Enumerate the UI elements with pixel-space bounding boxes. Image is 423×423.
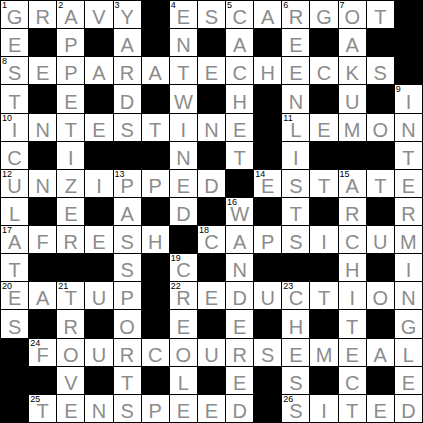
cell-letter: G [395,317,422,337]
black-cell-r5c4 [114,142,141,169]
cell-letter: C [226,63,253,83]
cell-letter: N [85,401,112,421]
cell-r14c14[interactable]: D [395,395,422,422]
cell-r8c4[interactable]: S [114,226,141,253]
cell-r10c10[interactable]: 23C [282,282,309,309]
cell-r11c6[interactable]: E [170,310,197,337]
cell-letter: S [114,401,141,421]
cell-r4c10[interactable]: 11L [282,114,309,141]
cell-letter: O [170,345,197,365]
cell-letter: S [114,260,141,280]
cell-letter: T [282,204,309,224]
cell-r5c8[interactable]: T [226,142,253,169]
cell-r7c2[interactable]: E [57,198,84,225]
cell-letter: A [339,35,366,55]
cell-r8c3[interactable]: E [85,226,112,253]
cell-r2c2[interactable]: P [57,57,84,84]
cell-r13c6[interactable]: L [170,367,197,394]
cell-r1c6[interactable]: N [170,29,197,56]
cell-r6c9[interactable]: 14E [254,170,281,197]
cell-letter: A [142,63,169,83]
cell-r10c2[interactable]: 21T [57,282,84,309]
cell-letter: P [254,232,281,252]
cell-letter: U [85,345,112,365]
cell-letter: E [29,63,56,83]
cell-r13c8[interactable]: E [226,367,253,394]
cell-r5c14[interactable]: T [395,142,422,169]
cell-letter: H [339,260,366,280]
cell-letter: O [57,345,84,365]
cell-letter: E [57,92,84,112]
cell-letter: P [57,63,84,83]
cell-r9c0[interactable]: T [1,254,28,281]
black-cell-r1c11 [310,29,337,56]
cell-letter: Y [114,7,141,27]
cell-r6c2[interactable]: Z [57,170,84,197]
cell-letter: T [170,63,197,83]
cell-letter: D [170,204,197,224]
cell-letter: T [395,148,422,168]
cell-letter: P [57,35,84,55]
cell-r9c12[interactable]: H [339,254,366,281]
cell-r4c14[interactable]: N [395,114,422,141]
cell-r3c12[interactable]: U [339,85,366,112]
cell-letter: C [226,7,253,27]
black-cell-r5c12 [339,142,366,169]
cell-r0c2[interactable]: 2A [57,1,84,28]
cell-r5c10[interactable]: I [282,142,309,169]
cell-r10c6[interactable]: 22R [170,282,197,309]
cell-r8c12[interactable]: C [339,226,366,253]
cell-r12c14[interactable]: L [395,339,422,366]
black-cell-r3c1 [29,85,56,112]
cell-r6c7[interactable]: D [198,170,225,197]
cell-letter: F [29,232,56,252]
cell-r6c13[interactable]: T [367,170,394,197]
cell-r10c14[interactable]: N [395,282,422,309]
cell-r3c2[interactable]: E [57,85,84,112]
cell-r6c0[interactable]: 12U [1,170,28,197]
cell-letter: S [198,7,225,27]
cell-letter: C [282,288,309,308]
cell-r11c0[interactable]: S [1,310,28,337]
cell-r10c0[interactable]: 20E [1,282,28,309]
black-cell-r11c7 [198,310,225,337]
cell-r11c14[interactable]: G [395,310,422,337]
cell-letter: E [254,176,281,196]
black-cell-r14c9 [254,395,281,422]
cell-r13c12[interactable]: C [339,367,366,394]
cell-r12c9[interactable]: S [254,339,281,366]
cell-letter: T [367,176,394,196]
cell-letter: A [29,288,56,308]
cell-r11c4[interactable]: O [114,310,141,337]
cell-letter: N [29,176,56,196]
cell-r10c12[interactable]: I [339,282,366,309]
cell-r4c11[interactable]: E [310,114,337,141]
cell-r0c3[interactable]: V [85,1,112,28]
cell-letter: T [57,288,84,308]
cell-letter: F [29,345,56,365]
cell-r14c7[interactable]: E [198,395,225,422]
cell-r1c8[interactable]: A [226,29,253,56]
black-cell-r7c11 [310,198,337,225]
cell-letter: S [114,120,141,140]
cell-r11c12[interactable]: T [339,310,366,337]
black-cell-r13c5 [142,367,169,394]
black-cell-r6c8 [226,170,253,197]
cell-letter: I [85,176,112,196]
cell-r4c8[interactable]: E [226,114,253,141]
cell-r0c0[interactable]: 1G [1,1,28,28]
cell-r3c0[interactable]: T [1,85,28,112]
cell-letter: I [57,148,84,168]
cell-letter: W [226,204,253,224]
cell-r13c2[interactable]: V [57,367,84,394]
cell-letter: E [226,373,253,393]
cell-r3c4[interactable]: D [114,85,141,112]
cell-r3c14[interactable]: 9I [395,85,422,112]
black-cell-r7c1 [29,198,56,225]
cell-r0c4[interactable]: 3Y [114,1,141,28]
black-cell-r3c3 [85,85,112,112]
cell-r2c3[interactable]: A [85,57,112,84]
cell-letter: T [1,92,28,112]
cell-r0c1[interactable]: R [29,1,56,28]
cell-letter: E [170,7,197,27]
cell-r7c4[interactable]: A [114,198,141,225]
cell-r6c4[interactable]: 13P [114,170,141,197]
cell-r8c7[interactable]: 18C [198,226,225,253]
cell-r14c8[interactable]: D [226,395,253,422]
cell-r12c2[interactable]: O [57,339,84,366]
cell-r12c3[interactable]: U [85,339,112,366]
black-cell-r11c9 [254,310,281,337]
cell-letter: L [1,204,28,224]
cell-r12c5[interactable]: C [142,339,169,366]
black-cell-r7c13 [367,198,394,225]
cell-r12c11[interactable]: M [310,339,337,366]
cell-letter: N [198,120,225,140]
cell-r4c1[interactable]: N [29,114,56,141]
cell-r8c9[interactable]: P [254,226,281,253]
cell-r10c8[interactable]: D [226,282,253,309]
cell-r1c2[interactable]: P [57,29,84,56]
cell-r6c14[interactable]: E [395,170,422,197]
cell-r1c12[interactable]: A [339,29,366,56]
cell-r12c10[interactable]: E [282,339,309,366]
cell-letter: H [226,92,253,112]
black-cell-r1c5 [142,29,169,56]
cell-letter: R [114,345,141,365]
cell-r14c12[interactable]: T [339,395,366,422]
cell-letter: M [339,120,366,140]
cell-r4c3[interactable]: E [85,114,112,141]
black-cell-r11c11 [310,310,337,337]
cell-r14c6[interactable]: E [170,395,197,422]
cell-letter: R [170,288,197,308]
cell-letter: T [29,401,56,421]
cell-letter: R [339,204,366,224]
cell-letter: N [282,92,309,112]
cell-r6c6[interactable]: E [170,170,197,197]
cell-r11c10[interactable]: H [282,310,309,337]
black-cell-r7c9 [254,198,281,225]
cell-letter: C [170,260,197,280]
cell-r5c2[interactable]: I [57,142,84,169]
cell-r13c10[interactable]: S [282,367,309,394]
cell-r4c5[interactable]: T [142,114,169,141]
cell-letter: E [339,345,366,365]
cell-letter: T [310,176,337,196]
cell-letter: R [282,7,309,27]
black-cell-r4c9 [254,114,281,141]
black-cell-r13c9 [254,367,281,394]
cell-r6c12[interactable]: 15A [339,170,366,197]
cell-r9c8[interactable]: N [226,254,253,281]
cell-r12c6[interactable]: O [170,339,197,366]
black-cell-r5c5 [142,142,169,169]
cell-r10c11[interactable]: T [310,282,337,309]
cell-r8c5[interactable]: H [142,226,169,253]
black-cell-r13c13 [367,367,394,394]
cell-letter: E [198,63,225,83]
cell-r3c8[interactable]: H [226,85,253,112]
cell-r0c11[interactable]: G [310,1,337,28]
black-cell-r7c7 [198,198,225,225]
black-cell-r9c9 [254,254,281,281]
cell-r10c7[interactable]: E [198,282,225,309]
cell-r12c4[interactable]: R [114,339,141,366]
cell-letter: C [1,148,28,168]
cell-r7c0[interactable]: L [1,198,28,225]
cell-r0c13[interactable]: T [367,1,394,28]
cell-letter: T [339,401,366,421]
cell-letter: A [226,232,253,252]
cell-letter: A [57,7,84,27]
cell-r12c8[interactable]: R [226,339,253,366]
black-cell-r5c13 [367,142,394,169]
black-cell-r9c1 [29,254,56,281]
black-cell-r13c11 [310,367,337,394]
black-cell-r5c3 [85,142,112,169]
cell-r2c5[interactable]: A [142,57,169,84]
cell-letter: S [282,176,309,196]
black-cell-r1c9 [254,29,281,56]
cell-r4c2[interactable]: T [57,114,84,141]
cell-r13c4[interactable]: T [114,367,141,394]
cell-r2c1[interactable]: E [29,57,56,84]
cell-r2c10[interactable]: E [282,57,309,84]
cell-r7c6[interactable]: D [170,198,197,225]
cell-letter: O [339,7,366,27]
cell-r4c4[interactable]: S [114,114,141,141]
black-cell-r0c14 [395,1,422,28]
cell-letter: E [57,204,84,224]
black-cell-r11c5 [142,310,169,337]
cell-r4c6[interactable]: I [170,114,197,141]
cell-letter: T [57,120,84,140]
cell-letter: T [339,317,366,337]
cell-r8c8[interactable]: A [226,226,253,253]
black-cell-r7c5 [142,198,169,225]
cell-letter: E [282,63,309,83]
cell-letter: A [114,204,141,224]
cell-letter: L [170,373,197,393]
cell-r0c9[interactable]: A [254,1,281,28]
cell-letter: D [114,92,141,112]
cell-letter: E [310,120,337,140]
cell-letter: S [1,63,28,83]
black-cell-r3c5 [142,85,169,112]
cell-letter: E [198,288,225,308]
cell-r1c0[interactable]: E [1,29,28,56]
cell-letter: H [254,63,281,83]
cell-r10c13[interactable]: O [367,282,394,309]
cell-r4c13[interactable]: O [367,114,394,141]
cell-letter: O [114,317,141,337]
cell-letter: I [310,401,337,421]
cell-r10c1[interactable]: A [29,282,56,309]
cell-r6c3[interactable]: I [85,170,112,197]
cell-r14c2[interactable]: E [57,395,84,422]
cell-r14c1[interactable]: 25T [29,395,56,422]
cell-r6c1[interactable]: N [29,170,56,197]
cell-letter: N [395,288,422,308]
cell-letter: D [226,401,253,421]
cell-r12c13[interactable]: A [367,339,394,366]
cell-letter: R [114,63,141,83]
cell-r5c0[interactable]: C [1,142,28,169]
cell-r11c8[interactable]: E [226,310,253,337]
cell-r2c8[interactable]: C [226,57,253,84]
cell-r8c0[interactable]: 17A [1,226,28,253]
black-cell-r3c13 [367,85,394,112]
black-cell-r2c14 [395,57,422,84]
cell-letter: A [1,232,28,252]
cell-letter: T [1,260,28,280]
cell-letter: P [114,176,141,196]
cell-r12c12[interactable]: E [339,339,366,366]
cell-r1c10[interactable]: E [282,29,309,56]
black-cell-r3c7 [198,85,225,112]
cell-r3c10[interactable]: N [282,85,309,112]
cell-letter: E [282,345,309,365]
cell-r8c14[interactable]: M [395,226,422,253]
cell-r9c14[interactable]: I [395,254,422,281]
cell-r1c4[interactable]: A [114,29,141,56]
cell-letter: L [282,120,309,140]
cell-r10c3[interactable]: U [85,282,112,309]
cell-r2c4[interactable]: R [114,57,141,84]
black-cell-r5c9 [254,142,281,169]
cell-r12c7[interactable]: U [198,339,225,366]
cell-letter: S [282,401,309,421]
cell-r7c8[interactable]: 16W [226,198,253,225]
cell-r7c10[interactable]: T [282,198,309,225]
cell-letter: D [226,288,253,308]
cell-letter: R [395,204,422,224]
cell-letter: L [395,345,422,365]
black-cell-r3c11 [310,85,337,112]
cell-r11c2[interactable]: R [57,310,84,337]
cell-r2c6[interactable]: T [170,57,197,84]
cell-r2c0[interactable]: 8S [1,57,28,84]
cell-r4c7[interactable]: N [198,114,225,141]
cell-letter: S [1,317,28,337]
cell-r7c14[interactable]: R [395,198,422,225]
cell-r2c7[interactable]: E [198,57,225,84]
cell-r14c5[interactable]: P [142,395,169,422]
cell-r10c4[interactable]: P [114,282,141,309]
cell-r5c6[interactable]: N [170,142,197,169]
cell-r14c4[interactable]: S [114,395,141,422]
cell-r7c12[interactable]: R [339,198,366,225]
cell-r6c10[interactable]: S [282,170,309,197]
cell-r14c11[interactable]: I [310,395,337,422]
cell-letter: I [395,92,422,112]
cell-r6c5[interactable]: P [142,170,169,197]
cell-r12c1[interactable]: 24F [29,339,56,366]
cell-letter: I [339,288,366,308]
cell-r9c6[interactable]: 19C [170,254,197,281]
cell-r14c3[interactable]: N [85,395,112,422]
cell-letter: S [282,232,309,252]
cell-letter: R [57,317,84,337]
cell-r8c11[interactable]: I [310,226,337,253]
cell-letter: C [198,232,225,252]
cell-r0c10[interactable]: 6R [282,1,309,28]
cell-r6c11[interactable]: T [310,170,337,197]
cell-letter: C [310,63,337,83]
cell-letter: N [226,260,253,280]
cell-letter: R [57,232,84,252]
cell-r8c13[interactable]: U [367,226,394,253]
cell-letter: T [367,7,394,27]
cell-r3c6[interactable]: W [170,85,197,112]
cell-r14c13[interactable]: E [367,395,394,422]
cell-r0c6[interactable]: 4E [170,1,197,28]
cell-r4c0[interactable]: 10I [1,114,28,141]
cell-letter: V [85,7,112,27]
cell-letter: T [310,288,337,308]
cell-r2c12[interactable]: K [339,57,366,84]
cell-r0c12[interactable]: 7O [339,1,366,28]
cell-letter: O [367,120,394,140]
cell-r0c7[interactable]: S [198,1,225,28]
cell-letter: E [367,401,394,421]
cell-r4c12[interactable]: M [339,114,366,141]
black-cell-r14c0 [1,395,28,422]
cell-letter: H [142,232,169,252]
black-cell-r13c3 [85,367,112,394]
cell-r2c9[interactable]: H [254,57,281,84]
cell-r2c11[interactable]: C [310,57,337,84]
cell-r0c8[interactable]: 5C [226,1,253,28]
cell-letter: U [1,176,28,196]
cell-r8c10[interactable]: S [282,226,309,253]
cell-r13c14[interactable]: E [395,367,422,394]
cell-r9c4[interactable]: S [114,254,141,281]
cell-r8c2[interactable]: R [57,226,84,253]
cell-r8c1[interactable]: F [29,226,56,253]
cell-r10c9[interactable]: U [254,282,281,309]
cell-letter: E [226,317,253,337]
black-cell-r1c14 [395,29,422,56]
black-cell-r9c11 [310,254,337,281]
cell-r14c10[interactable]: 26S [282,395,309,422]
cell-r2c13[interactable]: S [367,57,394,84]
